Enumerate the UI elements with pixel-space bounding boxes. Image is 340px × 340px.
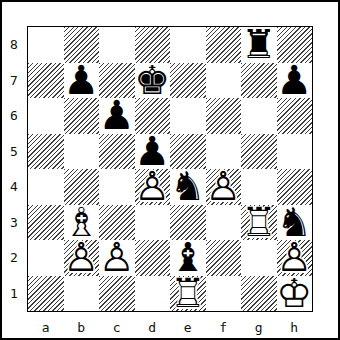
file-label-c: c bbox=[99, 315, 135, 339]
square-e7[interactable] bbox=[170, 63, 206, 99]
square-b6[interactable] bbox=[64, 98, 100, 134]
file-label-f: f bbox=[206, 315, 242, 339]
white-pawn-icon: ♙ bbox=[135, 169, 171, 205]
square-a6[interactable] bbox=[28, 98, 64, 134]
white-rook-icon: ♖ bbox=[170, 276, 206, 312]
file-labels: abcdefgh bbox=[28, 315, 312, 339]
square-g7[interactable] bbox=[241, 63, 277, 99]
square-a2[interactable] bbox=[28, 240, 64, 276]
rank-label-3: 3 bbox=[2, 205, 26, 241]
square-g3[interactable]: ♜♖ bbox=[241, 205, 277, 241]
file-label-e: e bbox=[170, 315, 206, 339]
piece-wP-f4[interactable]: ♟♙ bbox=[206, 169, 242, 205]
square-c8[interactable] bbox=[99, 27, 135, 63]
square-g8[interactable]: ♜♜ bbox=[241, 27, 277, 63]
square-f1[interactable] bbox=[206, 276, 242, 312]
piece-bK-d7[interactable]: ♚♚ bbox=[135, 63, 171, 99]
square-f2[interactable] bbox=[206, 240, 242, 276]
square-b5[interactable] bbox=[64, 134, 100, 170]
black-rook-icon: ♜ bbox=[241, 27, 277, 63]
rank-label-7: 7 bbox=[2, 63, 26, 99]
black-pawn-icon: ♟ bbox=[277, 63, 313, 99]
square-f8[interactable] bbox=[206, 27, 242, 63]
white-rook-icon: ♖ bbox=[241, 205, 277, 241]
square-h1[interactable]: ♚♔ bbox=[277, 276, 313, 312]
file-label-h: h bbox=[277, 315, 313, 339]
black-pawn-icon: ♟ bbox=[64, 63, 100, 99]
square-b1[interactable] bbox=[64, 276, 100, 312]
square-f3[interactable] bbox=[206, 205, 242, 241]
square-c4[interactable] bbox=[99, 169, 135, 205]
square-a7[interactable] bbox=[28, 63, 64, 99]
square-f6[interactable] bbox=[206, 98, 242, 134]
rank-label-4: 4 bbox=[2, 169, 26, 205]
piece-bP-c6[interactable]: ♟♟ bbox=[99, 98, 135, 134]
square-e6[interactable] bbox=[170, 98, 206, 134]
square-h6[interactable] bbox=[277, 98, 313, 134]
square-d1[interactable] bbox=[135, 276, 171, 312]
square-g2[interactable] bbox=[241, 240, 277, 276]
square-f7[interactable] bbox=[206, 63, 242, 99]
rank-label-2: 2 bbox=[2, 240, 26, 276]
piece-wR-e1[interactable]: ♜♖ bbox=[170, 276, 206, 312]
rank-label-5: 5 bbox=[2, 134, 26, 170]
black-knight-icon: ♞ bbox=[170, 169, 206, 205]
square-c6[interactable]: ♟♟ bbox=[99, 98, 135, 134]
square-g6[interactable] bbox=[241, 98, 277, 134]
square-d2[interactable] bbox=[135, 240, 171, 276]
piece-wP-d4[interactable]: ♟♙ bbox=[135, 169, 171, 205]
white-pawn-icon: ♙ bbox=[64, 240, 100, 276]
square-b7[interactable]: ♟♟ bbox=[64, 63, 100, 99]
black-pawn-icon: ♟ bbox=[99, 98, 135, 134]
white-king-icon: ♔ bbox=[277, 276, 313, 312]
chess-diagram-frame: 87654321 ♜♜♟♟♚♚♟♟♟♟♟♟♟♙♞♞♟♙♝♗♜♖♞♞♟♙♟♙♝♝♟… bbox=[0, 0, 340, 340]
rank-label-6: 6 bbox=[2, 98, 26, 134]
file-label-d: d bbox=[135, 315, 171, 339]
square-a3[interactable] bbox=[28, 205, 64, 241]
piece-bP-h7[interactable]: ♟♟ bbox=[277, 63, 313, 99]
chess-board: ♜♜♟♟♚♚♟♟♟♟♟♟♟♙♞♞♟♙♝♗♜♖♞♞♟♙♟♙♝♝♟♙♜♖♚♔ bbox=[27, 26, 313, 312]
file-label-a: a bbox=[28, 315, 64, 339]
square-d7[interactable]: ♚♚ bbox=[135, 63, 171, 99]
piece-wR-g3[interactable]: ♜♖ bbox=[241, 205, 277, 241]
square-a1[interactable] bbox=[28, 276, 64, 312]
square-g1[interactable] bbox=[241, 276, 277, 312]
square-h5[interactable] bbox=[277, 134, 313, 170]
square-e4[interactable]: ♞♞ bbox=[170, 169, 206, 205]
square-g5[interactable] bbox=[241, 134, 277, 170]
piece-bP-b7[interactable]: ♟♟ bbox=[64, 63, 100, 99]
piece-wK-h1[interactable]: ♚♔ bbox=[277, 276, 313, 312]
square-c1[interactable] bbox=[99, 276, 135, 312]
black-king-icon: ♚ bbox=[135, 63, 171, 99]
square-h7[interactable]: ♟♟ bbox=[277, 63, 313, 99]
piece-bR-g8[interactable]: ♜♜ bbox=[241, 27, 277, 63]
square-d3[interactable] bbox=[135, 205, 171, 241]
piece-wP-c2[interactable]: ♟♙ bbox=[99, 240, 135, 276]
file-label-g: g bbox=[241, 315, 277, 339]
file-label-b: b bbox=[64, 315, 100, 339]
rank-label-8: 8 bbox=[2, 27, 26, 63]
square-c2[interactable]: ♟♙ bbox=[99, 240, 135, 276]
piece-bN-e4[interactable]: ♞♞ bbox=[170, 169, 206, 205]
piece-wP-b2[interactable]: ♟♙ bbox=[64, 240, 100, 276]
square-a8[interactable] bbox=[28, 27, 64, 63]
square-e1[interactable]: ♜♖ bbox=[170, 276, 206, 312]
square-f4[interactable]: ♟♙ bbox=[206, 169, 242, 205]
square-d4[interactable]: ♟♙ bbox=[135, 169, 171, 205]
white-pawn-icon: ♙ bbox=[206, 169, 242, 205]
square-a4[interactable] bbox=[28, 169, 64, 205]
white-pawn-icon: ♙ bbox=[99, 240, 135, 276]
square-b2[interactable]: ♟♙ bbox=[64, 240, 100, 276]
square-c5[interactable] bbox=[99, 134, 135, 170]
square-a5[interactable] bbox=[28, 134, 64, 170]
square-e8[interactable] bbox=[170, 27, 206, 63]
rank-labels: 87654321 bbox=[2, 27, 26, 311]
rank-label-1: 1 bbox=[2, 276, 26, 312]
